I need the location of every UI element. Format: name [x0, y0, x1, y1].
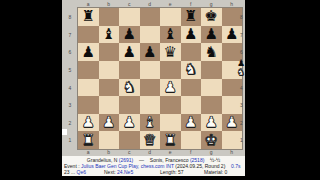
square-c5: [119, 61, 140, 79]
white-knight-piece: ♞: [123, 80, 136, 95]
square-c7: ♟: [119, 26, 140, 44]
rank-label-3-right: 3: [240, 102, 245, 108]
rank-label-5-left: 5: [63, 67, 77, 73]
black-rook-piece: ♜: [82, 9, 95, 24]
white-queen-piece: ♛: [143, 133, 156, 148]
white-bishop-piece: ♝: [143, 115, 156, 130]
rank-label-4-right: 4: [240, 85, 245, 91]
rank-label-8-right: 8: [240, 14, 245, 20]
square-g3: [201, 96, 222, 114]
next-move: 24.Ne5: [117, 169, 133, 175]
square-a8: ♜: [78, 8, 99, 26]
square-b3: [99, 96, 120, 114]
square-e3: [160, 96, 181, 114]
black-knight-piece: ♞: [205, 45, 218, 60]
black-pawn-piece: ♟: [82, 45, 95, 60]
rank-label-7-right: 7: [240, 32, 245, 38]
white-pawn-piece: ♟: [184, 115, 197, 130]
white-pawn-piece: ♟: [123, 115, 136, 130]
white-pawn-piece: ♟: [102, 115, 115, 130]
white-knight-piece: ♞: [184, 62, 197, 77]
square-h1: [222, 131, 243, 149]
square-d7: [140, 26, 161, 44]
white-rook-piece: ♜: [82, 133, 95, 148]
square-f2: ♟: [181, 114, 202, 132]
square-a1: ♜: [78, 131, 99, 149]
square-f7: ♟: [181, 26, 202, 44]
black-pawn-piece: ♟: [123, 27, 136, 42]
black-bishop-piece: ♝: [164, 27, 177, 42]
square-f3: [181, 96, 202, 114]
square-a3: [78, 96, 99, 114]
square-f4: [181, 79, 202, 97]
square-f6: [181, 43, 202, 61]
white-pawn-piece: ♟: [164, 80, 177, 95]
file-label-a: a: [78, 149, 99, 156]
file-label-c: c: [119, 149, 140, 156]
square-f1: [181, 131, 202, 149]
square-d3: [140, 96, 161, 114]
square-e4: ♟: [160, 79, 181, 97]
square-b7: ♝: [99, 26, 120, 44]
rank-label-1-right: 1: [240, 137, 245, 143]
square-c1: [119, 131, 140, 149]
black-pawn-piece: ♟: [205, 27, 218, 42]
rank-label-6-left: 6: [63, 49, 77, 55]
square-e5: [160, 61, 181, 79]
square-d5: [140, 61, 161, 79]
white-pawn-piece: ♟: [225, 115, 238, 130]
square-d4: [140, 79, 161, 97]
rank-label-7-left: 7: [63, 32, 77, 38]
square-h4: [222, 79, 243, 97]
square-b8: [99, 8, 120, 26]
black-king-piece: ♚: [205, 9, 218, 24]
file-label-e: e: [160, 149, 181, 156]
video-frame: abcdefgh ♜♜♚♝♟♝♟♟♟♟♟♟♛♞♞♞♟♟♟♟♝♟♟♟♜♛♜♚ 87…: [0, 0, 320, 180]
square-c8: [119, 8, 140, 26]
square-b6: [99, 43, 120, 61]
length-value: 57: [178, 169, 184, 175]
chess-board: ♜♜♚♝♟♝♟♟♟♟♟♟♛♞♞♞♟♟♟♟♝♟♟♟♜♛♜♚: [77, 7, 243, 150]
square-f8: ♜: [181, 8, 202, 26]
rank-label-2-right: 2: [240, 120, 245, 126]
square-d1: ♛: [140, 131, 161, 149]
last-move: Qe6: [77, 169, 86, 175]
length-label: Length:: [160, 169, 177, 175]
square-a2: ♟: [78, 114, 99, 132]
material-value: 0: [225, 169, 228, 175]
square-a6: ♟: [78, 43, 99, 61]
square-e6: ♛: [160, 43, 181, 61]
file-label-d: d: [140, 149, 161, 156]
square-a4: [78, 79, 99, 97]
square-a7: [78, 26, 99, 44]
square-h8: [222, 8, 243, 26]
file-label-f: f: [181, 149, 202, 156]
square-e2: [160, 114, 181, 132]
square-h2: ♟: [222, 114, 243, 132]
black-pawn-piece: ♟: [123, 45, 136, 60]
square-a5: [78, 61, 99, 79]
rank-label-1-left: 1: [63, 137, 77, 143]
black-pawn-piece: ♟: [225, 27, 238, 42]
square-g6: ♞: [201, 43, 222, 61]
file-label-h: h: [222, 149, 243, 156]
rank-label-3-left: 3: [63, 102, 77, 108]
white-rook-piece: ♜: [164, 133, 177, 148]
square-h3: [222, 96, 243, 114]
square-d6: ♟: [140, 43, 161, 61]
material-label: Material:: [204, 169, 223, 175]
square-b2: ♟: [99, 114, 120, 132]
square-e1: ♜: [160, 131, 181, 149]
clock-value: 0.7s: [231, 163, 240, 169]
black-pawn-piece: ♟: [143, 45, 156, 60]
black-pawn-piece: ♟: [184, 27, 197, 42]
square-g4: [201, 79, 222, 97]
rank-label-6-right: 6: [240, 49, 245, 55]
square-g1: ♚: [201, 131, 222, 149]
move-number: 23 ...: [64, 169, 75, 175]
square-b4: [99, 79, 120, 97]
game-info-panel: Grandelius, N (2691) — Sonis, Francesco …: [62, 156, 245, 176]
rank-label-4-left: 4: [63, 85, 77, 91]
black-rook-piece: ♜: [184, 9, 197, 24]
square-g5: [201, 61, 222, 79]
file-label-g: g: [201, 149, 222, 156]
square-h7: ♟: [222, 26, 243, 44]
file-label-b: b: [99, 149, 120, 156]
white-knight-icon: ♞: [237, 68, 245, 77]
file-labels-bottom: abcdefgh: [78, 149, 242, 156]
white-pawn-piece: ♟: [82, 115, 95, 130]
square-c6: ♟: [119, 43, 140, 61]
square-c3: [119, 96, 140, 114]
square-f5: ♞: [181, 61, 202, 79]
edge-chip: [62, 129, 67, 135]
chessboard-panel: abcdefgh ♜♜♚♝♟♝♟♟♟♟♟♟♛♞♞♞♟♟♟♟♝♟♟♟♜♛♜♚ 87…: [62, 0, 245, 176]
square-e8: [160, 8, 181, 26]
square-c4: ♞: [119, 79, 140, 97]
white-pawn-piece: ♟: [205, 115, 218, 130]
square-g8: ♚: [201, 8, 222, 26]
square-b5: [99, 61, 120, 79]
rank-label-8-left: 8: [63, 14, 77, 20]
square-c2: ♟: [119, 114, 140, 132]
black-bishop-piece: ♝: [102, 27, 115, 42]
square-b1: [99, 131, 120, 149]
square-d8: [140, 8, 161, 26]
white-king-piece: ♚: [205, 133, 218, 148]
next-label: Next:: [104, 169, 116, 175]
black-queen-piece: ♛: [164, 45, 177, 60]
move-stats-line: 23 ... Qe6 Next: 24.Ne5 Length: 57 Mater…: [62, 169, 245, 175]
captured-piece-markers: ♟ ♞: [236, 59, 245, 77]
square-g2: ♟: [201, 114, 222, 132]
rank-label-2-left: 2: [63, 120, 77, 126]
square-d2: ♝: [140, 114, 161, 132]
square-g7: ♟: [201, 26, 222, 44]
square-e7: ♝: [160, 26, 181, 44]
